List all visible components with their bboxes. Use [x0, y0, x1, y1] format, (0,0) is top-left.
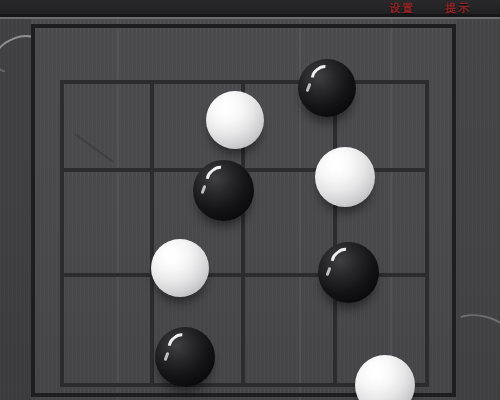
grid-vline [333, 80, 337, 387]
grid-vline [150, 80, 154, 387]
black-stone [193, 160, 254, 221]
white-stone [315, 147, 375, 207]
black-stone [318, 242, 379, 303]
grid-hline [60, 80, 429, 84]
grid-vline [425, 80, 429, 387]
black-stone [298, 59, 356, 117]
grid-vline [60, 80, 64, 387]
board[interactable] [0, 19, 500, 400]
menu: 设置 提示 [389, 1, 471, 15]
white-stone [151, 239, 209, 297]
menu-bar-highlight [0, 17, 500, 19]
menu-settings[interactable]: 设置 [389, 1, 415, 15]
menu-hint[interactable]: 提示 [445, 1, 471, 15]
board-left-shade [0, 19, 31, 400]
black-stone [155, 327, 215, 387]
game-screen: 设置 提示 [0, 0, 500, 400]
white-stone [206, 91, 264, 149]
